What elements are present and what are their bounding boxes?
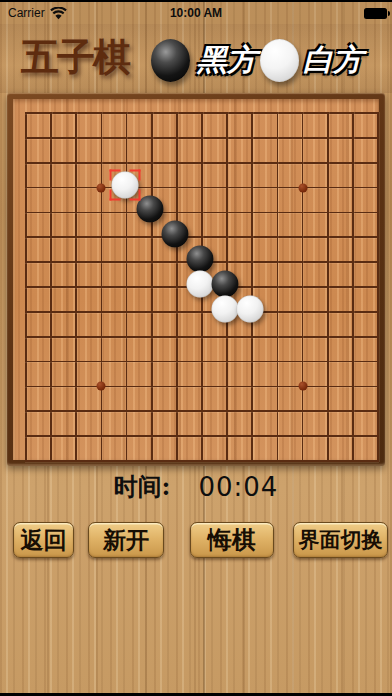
timer-label: 时间: xyxy=(114,471,171,503)
stone-white xyxy=(187,271,214,298)
board-grid[interactable] xyxy=(26,113,378,461)
back-button[interactable]: 返回 xyxy=(13,522,74,558)
stone-black xyxy=(187,246,214,273)
board-field[interactable] xyxy=(13,99,379,460)
stone-white xyxy=(237,295,264,322)
status-bar: Carrier 10:00 AM xyxy=(0,2,392,24)
clock-label: 10:00 AM xyxy=(0,6,392,20)
grid-line-horizontal xyxy=(25,410,379,412)
undo-button[interactable]: 悔棋 xyxy=(190,522,274,558)
stone-black xyxy=(136,196,163,223)
grid-line-horizontal xyxy=(25,336,379,338)
star-point xyxy=(97,382,106,391)
grid-line-vertical xyxy=(377,112,379,462)
stone-black xyxy=(212,271,239,298)
white-stone-icon xyxy=(260,39,299,82)
stone-white xyxy=(212,295,239,322)
timer-value: 00:04 xyxy=(198,472,278,502)
grid-line-horizontal xyxy=(25,386,379,388)
stone-white xyxy=(111,171,138,198)
status-right xyxy=(364,8,387,19)
switch-ui-button[interactable]: 界面切换 xyxy=(293,522,388,558)
star-point xyxy=(298,382,307,391)
black-stone-icon xyxy=(151,39,190,82)
timer-row: 时间: 00:04 xyxy=(0,471,392,503)
board-frame xyxy=(7,93,385,466)
grid-line-horizontal xyxy=(25,460,379,462)
grid-line-horizontal xyxy=(25,361,379,363)
app-title: 五子棋 xyxy=(21,32,136,82)
star-point xyxy=(298,183,307,192)
white-player-label: 白方 xyxy=(303,38,363,82)
header: 五子棋 黑方 白方 xyxy=(0,24,392,93)
app-screen: Carrier 10:00 AM 五子棋 黑方 白方 时间: 00:04 返回 … xyxy=(0,0,392,696)
battery-icon xyxy=(364,8,387,19)
new-game-button[interactable]: 新开 xyxy=(88,522,164,558)
black-player-label: 黑方 xyxy=(197,38,257,82)
star-point xyxy=(97,183,106,192)
grid-line-horizontal xyxy=(25,435,379,437)
grid-line-horizontal xyxy=(25,311,379,313)
stone-black xyxy=(161,221,188,248)
grid-line-vertical xyxy=(352,112,354,462)
battery-nub xyxy=(388,11,391,16)
